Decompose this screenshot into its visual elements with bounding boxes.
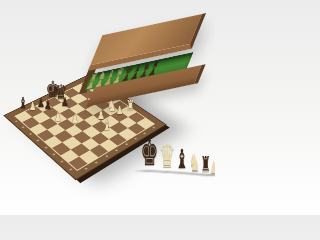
coordinate-label	[152, 127, 155, 129]
coordinate-label	[95, 161, 98, 163]
coordinate-label	[134, 138, 137, 140]
coordinate-label	[115, 149, 118, 151]
board-piece-dark: ♝	[18, 94, 28, 110]
display-piece-pawn: ♟	[210, 159, 215, 175]
board-piece-light: ♟	[116, 105, 123, 116]
display-piece-king: ♚	[140, 134, 158, 171]
display-piece-queen: ♛	[159, 139, 175, 172]
coordinate-label	[125, 143, 128, 145]
board-piece-light: ♟	[29, 101, 36, 112]
display-piece-bishop: ♝	[175, 146, 188, 173]
product-photo-scene: ♝♟♟♟♚♛♟♟♟♟♞♜♝♟ ♜♞♝♛♚♝♞♜ ♟♟♟♟♟♟♟♟ ♚♛♝♞♜♟	[0, 0, 215, 215]
display-piece-knight: ♞	[189, 151, 201, 174]
board-piece-dark: ♟	[61, 96, 69, 108]
board-piece-light: ♟	[71, 113, 79, 125]
board-piece-light: ♟	[54, 111, 62, 123]
coordinate-label	[36, 140, 39, 142]
storage-box: ♜♞♝♛♚♝♞♜ ♟♟♟♟♟♟♟♟	[84, 18, 214, 114]
board-piece-light: ♜	[126, 99, 135, 112]
coordinate-label	[105, 155, 108, 157]
coordinate-label	[85, 168, 88, 170]
board-piece-light: ♝	[102, 117, 111, 132]
coordinate-label	[52, 154, 55, 156]
coordinate-label	[29, 133, 32, 135]
coordinate-label	[14, 121, 17, 123]
coordinate-label	[21, 127, 24, 129]
coordinate-label	[44, 147, 47, 149]
coordinate-label	[60, 161, 63, 163]
coordinate-label	[69, 168, 72, 170]
